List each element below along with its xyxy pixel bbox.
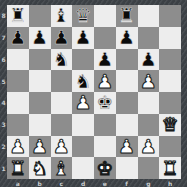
piece-black-pawn: ♟ <box>118 28 135 47</box>
piece-white-pawn: ♟ <box>31 137 48 156</box>
square-a2[interactable]: ♟ <box>7 136 29 158</box>
square-d1[interactable] <box>72 157 94 179</box>
square-d6[interactable] <box>72 49 94 71</box>
square-f6[interactable] <box>116 49 138 71</box>
square-d8[interactable]: ♛ <box>72 5 94 27</box>
square-a5[interactable] <box>7 70 29 92</box>
file-label-e: e <box>94 180 116 187</box>
square-e2[interactable] <box>94 136 116 158</box>
square-g5[interactable]: ♟ <box>138 70 160 92</box>
square-g4[interactable] <box>138 92 160 114</box>
square-g3[interactable] <box>138 114 160 136</box>
square-h4[interactable] <box>159 92 181 114</box>
square-a8[interactable]: ♜ <box>7 5 29 27</box>
file-label-h: h <box>159 180 181 187</box>
rank-label-4: 4 <box>0 92 7 114</box>
square-a3[interactable] <box>7 114 29 136</box>
file-label-c: c <box>51 180 73 187</box>
piece-white-knight: ♞ <box>31 159 48 178</box>
piece-white-rook: ♜ <box>162 159 179 178</box>
square-b6[interactable] <box>29 49 51 71</box>
square-h3[interactable]: ♛ <box>159 114 181 136</box>
piece-black-rook: ♜ <box>9 6 26 25</box>
piece-white-bishop: ♝ <box>53 159 70 178</box>
square-g7[interactable] <box>138 27 160 49</box>
file-label-f: f <box>116 180 138 187</box>
piece-white-rook: ♜ <box>9 159 26 178</box>
piece-black-pawn: ♟ <box>75 28 92 47</box>
piece-black-pawn: ♟ <box>9 28 26 47</box>
file-label-b: b <box>29 180 51 187</box>
chess-board[interactable]: ♜♝♛♜♟♟♟♟♟♞♟♟♞♟♟♟♚♛♟♟♟♟♟♜♞♝♚♜ <box>7 5 181 179</box>
rank-label-8: 8 <box>0 5 7 27</box>
piece-white-pawn: ♟ <box>140 137 157 156</box>
square-a4[interactable] <box>7 92 29 114</box>
piece-white-pawn: ♟ <box>53 137 70 156</box>
square-c4[interactable] <box>51 92 73 114</box>
piece-white-pawn: ♟ <box>9 137 26 156</box>
chess-board-frame: 87654321 abcdefgh ♜♝♛♜♟♟♟♟♟♞♟♟♞♟♟♟♚♛♟♟♟♟… <box>0 0 187 187</box>
square-c3[interactable] <box>51 114 73 136</box>
piece-white-king: ♚ <box>96 159 113 178</box>
rank-label-3: 3 <box>0 114 7 136</box>
piece-black-queen: ♛ <box>75 6 92 25</box>
piece-black-pawn: ♟ <box>140 50 157 69</box>
square-f7[interactable]: ♟ <box>116 27 138 49</box>
piece-white-pawn: ♟ <box>140 72 157 91</box>
square-b2[interactable]: ♟ <box>29 136 51 158</box>
rank-label-5: 5 <box>0 70 7 92</box>
square-e7[interactable] <box>94 27 116 49</box>
file-label-a: a <box>7 180 29 187</box>
square-e6[interactable]: ♟ <box>94 49 116 71</box>
square-b4[interactable] <box>29 92 51 114</box>
file-label-d: d <box>72 180 94 187</box>
piece-black-pawn: ♟ <box>31 28 48 47</box>
square-f1[interactable] <box>116 157 138 179</box>
piece-black-knight: ♞ <box>53 50 70 69</box>
square-d5[interactable]: ♞ <box>72 70 94 92</box>
file-label-g: g <box>138 180 160 187</box>
piece-white-pawn: ♟ <box>96 72 113 91</box>
square-d7[interactable]: ♟ <box>72 27 94 49</box>
square-e8[interactable] <box>94 5 116 27</box>
square-c2[interactable]: ♟ <box>51 136 73 158</box>
square-c5[interactable] <box>51 70 73 92</box>
square-e3[interactable] <box>94 114 116 136</box>
square-a6[interactable] <box>7 49 29 71</box>
square-h5[interactable] <box>159 70 181 92</box>
square-b7[interactable]: ♟ <box>29 27 51 49</box>
square-e5[interactable]: ♟ <box>94 70 116 92</box>
square-e1[interactable]: ♚ <box>94 157 116 179</box>
square-f3[interactable] <box>116 114 138 136</box>
square-d2[interactable] <box>72 136 94 158</box>
square-c6[interactable]: ♞ <box>51 49 73 71</box>
piece-black-pawn: ♟ <box>53 28 70 47</box>
square-f2[interactable]: ♟ <box>116 136 138 158</box>
square-c8[interactable]: ♝ <box>51 5 73 27</box>
square-b1[interactable]: ♞ <box>29 157 51 179</box>
rank-label-2: 2 <box>0 136 7 158</box>
piece-black-bishop: ♝ <box>53 6 70 25</box>
square-g6[interactable]: ♟ <box>138 49 160 71</box>
rank-label-6: 6 <box>0 49 7 71</box>
square-h6[interactable] <box>159 49 181 71</box>
square-g2[interactable]: ♟ <box>138 136 160 158</box>
square-d4[interactable]: ♟ <box>72 92 94 114</box>
rank-label-1: 1 <box>0 157 7 179</box>
square-f8[interactable]: ♜ <box>116 5 138 27</box>
square-c1[interactable]: ♝ <box>51 157 73 179</box>
square-h7[interactable] <box>159 27 181 49</box>
piece-black-rook: ♜ <box>118 6 135 25</box>
square-f5[interactable] <box>116 70 138 92</box>
piece-black-pawn: ♟ <box>96 50 113 69</box>
square-g8[interactable] <box>138 5 160 27</box>
square-e4[interactable]: ♚ <box>94 92 116 114</box>
piece-white-pawn: ♟ <box>75 93 92 112</box>
square-h1[interactable]: ♜ <box>159 157 181 179</box>
square-b5[interactable] <box>29 70 51 92</box>
square-h8[interactable] <box>159 5 181 27</box>
square-h2[interactable] <box>159 136 181 158</box>
piece-black-knight: ♞ <box>75 72 92 91</box>
piece-white-queen: ♛ <box>162 115 179 134</box>
square-a1[interactable]: ♜ <box>7 157 29 179</box>
piece-white-pawn: ♟ <box>118 137 135 156</box>
square-b8[interactable] <box>29 5 51 27</box>
square-g1[interactable] <box>138 157 160 179</box>
rank-label-7: 7 <box>0 27 7 49</box>
square-d3[interactable] <box>72 114 94 136</box>
square-c7[interactable]: ♟ <box>51 27 73 49</box>
piece-black-king: ♚ <box>96 93 113 112</box>
square-a7[interactable]: ♟ <box>7 27 29 49</box>
square-b3[interactable] <box>29 114 51 136</box>
square-f4[interactable] <box>116 92 138 114</box>
